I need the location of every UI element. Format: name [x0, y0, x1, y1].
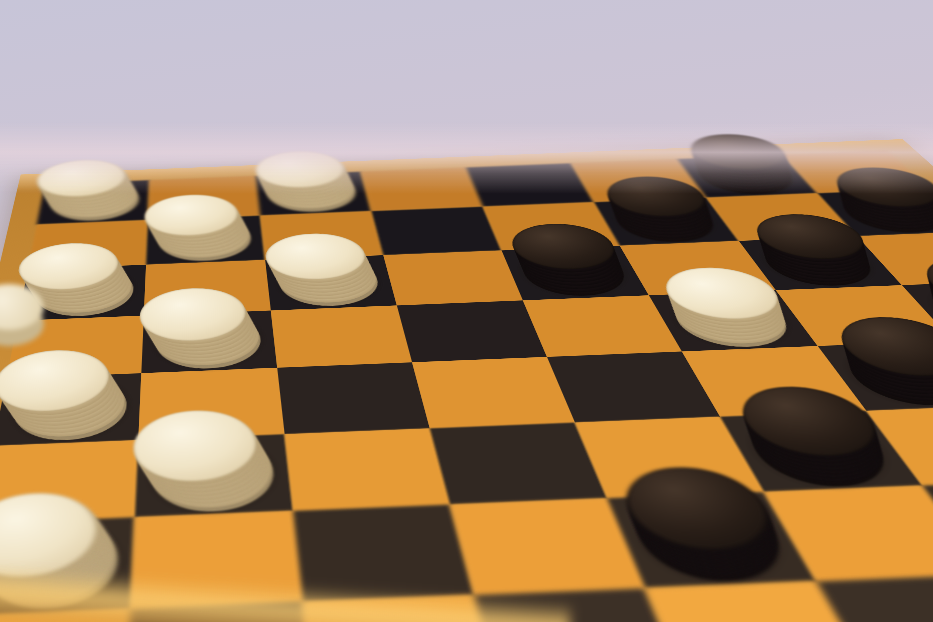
dark-square-surface: [397, 300, 547, 362]
square-c6[interactable]: [284, 428, 450, 511]
photo-scene: [0, 0, 933, 622]
square-a5[interactable]: [0, 373, 142, 445]
board-perspective-wrapper: [0, 0, 933, 622]
light-square-surface: [270, 305, 412, 368]
off-board-white-piece[interactable]: [0, 284, 44, 346]
black-piece-e7[interactable]: [625, 496, 798, 584]
square-c4[interactable]: [270, 305, 412, 368]
dark-square-surface: [277, 362, 430, 434]
square-d6[interactable]: [429, 422, 607, 504]
square-b6[interactable]: [135, 434, 292, 517]
light-square-surface: [284, 428, 450, 511]
square-c3[interactable]: [265, 255, 397, 310]
square-b2[interactable]: [146, 215, 264, 264]
white-piece-a5[interactable]: [8, 376, 127, 442]
horizon-haze: [0, 122, 933, 194]
white-piece-c3[interactable]: [277, 257, 383, 307]
square-d2[interactable]: [371, 207, 501, 256]
square-b4[interactable]: [142, 310, 277, 373]
square-e7[interactable]: [607, 492, 817, 588]
square-d3[interactable]: [383, 250, 523, 305]
square-c5[interactable]: [277, 362, 430, 434]
white-piece-b2[interactable]: [158, 217, 252, 262]
white-piece-b4[interactable]: [155, 313, 263, 371]
square-d5[interactable]: [412, 357, 575, 428]
light-square-surface: [383, 250, 523, 305]
dark-square-surface: [429, 422, 607, 504]
white-piece-b6[interactable]: [151, 437, 276, 513]
dark-square-surface: [371, 207, 501, 256]
board-grid: [0, 150, 933, 622]
light-square-surface: [412, 357, 575, 428]
checkers-board: [0, 139, 933, 622]
white-piece-a3[interactable]: [31, 267, 134, 318]
square-d4[interactable]: [397, 300, 547, 362]
